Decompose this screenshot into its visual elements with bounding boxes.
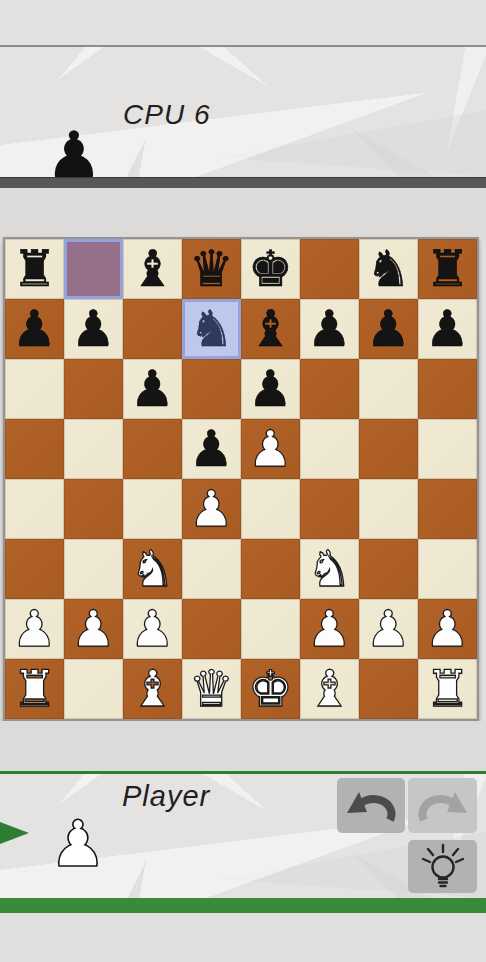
square-b2[interactable]: ♟ — [64, 599, 123, 659]
square-g6[interactable] — [359, 359, 418, 419]
black-pawn-piece[interactable]: ♟ — [300, 299, 359, 359]
white-pawn-piece[interactable]: ♟ — [300, 599, 359, 659]
black-bishop-piece[interactable]: ♝ — [123, 239, 182, 299]
square-d7[interactable]: ♞ — [182, 299, 241, 359]
white-knight-piece[interactable]: ♞ — [123, 539, 182, 599]
square-b1[interactable] — [64, 659, 123, 719]
square-g3[interactable] — [359, 539, 418, 599]
square-b3[interactable] — [64, 539, 123, 599]
square-f6[interactable] — [300, 359, 359, 419]
cpu-name-label: CPU 6 — [123, 99, 210, 131]
black-bishop-piece[interactable]: ♝ — [241, 299, 300, 359]
square-h5[interactable] — [418, 419, 477, 479]
black-rook-piece[interactable]: ♜ — [418, 239, 477, 299]
square-e4[interactable] — [241, 479, 300, 539]
square-b7[interactable]: ♟ — [64, 299, 123, 359]
spacer-below-board — [0, 721, 486, 771]
black-rook-piece[interactable]: ♜ — [5, 239, 64, 299]
white-pawn-piece[interactable]: ♟ — [241, 419, 300, 479]
square-b6[interactable] — [64, 359, 123, 419]
square-e6[interactable]: ♟ — [241, 359, 300, 419]
square-c5[interactable] — [123, 419, 182, 479]
white-bishop-piece[interactable]: ♝ — [300, 659, 359, 719]
square-g7[interactable]: ♟ — [359, 299, 418, 359]
white-knight-piece[interactable]: ♞ — [300, 539, 359, 599]
square-c3[interactable]: ♞ — [123, 539, 182, 599]
square-d3[interactable] — [182, 539, 241, 599]
black-knight-piece[interactable]: ♞ — [182, 299, 241, 359]
lightbulb-icon — [420, 842, 466, 892]
square-f5[interactable] — [300, 419, 359, 479]
square-b8[interactable] — [64, 239, 123, 299]
square-h3[interactable] — [418, 539, 477, 599]
square-g4[interactable] — [359, 479, 418, 539]
white-pawn-piece[interactable]: ♟ — [359, 599, 418, 659]
hint-button[interactable] — [408, 840, 477, 893]
square-e5[interactable]: ♟ — [241, 419, 300, 479]
square-c1[interactable]: ♝ — [123, 659, 182, 719]
square-b5[interactable] — [64, 419, 123, 479]
status-strip — [0, 0, 486, 45]
player-progress-bar — [0, 898, 486, 913]
square-c7[interactable] — [123, 299, 182, 359]
square-a8[interactable]: ♜ — [5, 239, 64, 299]
square-g2[interactable]: ♟ — [359, 599, 418, 659]
square-e1[interactable]: ♚ — [241, 659, 300, 719]
white-pawn-piece[interactable]: ♟ — [123, 599, 182, 659]
chess-app-screen: ♟ CPU 6 ♜♝♛♚♞♜♟♟♞♝♟♟♟♟♟♟♟♟♞♞♟♟♟♟♟♟♜♝♛♚♝♜… — [0, 0, 486, 962]
chess-board[interactable]: ♜♝♛♚♞♜♟♟♞♝♟♟♟♟♟♟♟♟♞♞♟♟♟♟♟♟♜♝♛♚♝♜ — [3, 237, 479, 721]
square-d2[interactable] — [182, 599, 241, 659]
white-pawn-icon: ♟ — [48, 806, 108, 882]
white-pawn-piece[interactable]: ♟ — [418, 599, 477, 659]
bottom-strip — [0, 913, 486, 962]
black-pawn-piece[interactable]: ♟ — [182, 419, 241, 479]
square-f2[interactable]: ♟ — [300, 599, 359, 659]
square-h2[interactable]: ♟ — [418, 599, 477, 659]
square-f8[interactable] — [300, 239, 359, 299]
redo-button[interactable] — [408, 778, 477, 833]
square-g5[interactable] — [359, 419, 418, 479]
white-king-piece[interactable]: ♚ — [241, 659, 300, 719]
square-d5[interactable]: ♟ — [182, 419, 241, 479]
square-e2[interactable] — [241, 599, 300, 659]
square-f4[interactable] — [300, 479, 359, 539]
spacer-above-board — [0, 188, 486, 239]
black-pawn-piece[interactable]: ♟ — [418, 299, 477, 359]
square-a5[interactable] — [5, 419, 64, 479]
square-d8[interactable]: ♛ — [182, 239, 241, 299]
square-g8[interactable]: ♞ — [359, 239, 418, 299]
square-a6[interactable] — [5, 359, 64, 419]
black-queen-piece[interactable]: ♛ — [182, 239, 241, 299]
square-c6[interactable]: ♟ — [123, 359, 182, 419]
square-h1[interactable]: ♜ — [418, 659, 477, 719]
black-pawn-piece[interactable]: ♟ — [359, 299, 418, 359]
square-a4[interactable] — [5, 479, 64, 539]
square-h6[interactable] — [418, 359, 477, 419]
redo-arrow-icon — [418, 787, 468, 825]
square-d4[interactable]: ♟ — [182, 479, 241, 539]
square-b4[interactable] — [64, 479, 123, 539]
player-panel: ♟ Player — [0, 774, 486, 898]
square-a7[interactable]: ♟ — [5, 299, 64, 359]
square-g1[interactable] — [359, 659, 418, 719]
square-d1[interactable]: ♛ — [182, 659, 241, 719]
square-h8[interactable]: ♜ — [418, 239, 477, 299]
square-f3[interactable]: ♞ — [300, 539, 359, 599]
square-h4[interactable] — [418, 479, 477, 539]
square-e7[interactable]: ♝ — [241, 299, 300, 359]
square-f1[interactable]: ♝ — [300, 659, 359, 719]
black-knight-piece[interactable]: ♞ — [359, 239, 418, 299]
square-a3[interactable] — [5, 539, 64, 599]
square-d6[interactable] — [182, 359, 241, 419]
square-a2[interactable]: ♟ — [5, 599, 64, 659]
black-pawn-piece[interactable]: ♟ — [5, 299, 64, 359]
square-h7[interactable]: ♟ — [418, 299, 477, 359]
square-c4[interactable] — [123, 479, 182, 539]
white-rook-piece[interactable]: ♜ — [5, 659, 64, 719]
black-pawn-piece[interactable]: ♟ — [241, 359, 300, 419]
white-rook-piece[interactable]: ♜ — [418, 659, 477, 719]
cpu-panel: ♟ CPU 6 — [0, 47, 486, 177]
white-pawn-piece[interactable]: ♟ — [5, 599, 64, 659]
undo-arrow-icon — [346, 787, 396, 825]
white-queen-piece[interactable]: ♛ — [182, 659, 241, 719]
turn-indicator-arrow — [0, 822, 29, 844]
square-f7[interactable]: ♟ — [300, 299, 359, 359]
black-pawn-piece[interactable]: ♟ — [64, 299, 123, 359]
player-name-label: Player — [122, 780, 210, 813]
white-pawn-piece[interactable]: ♟ — [64, 599, 123, 659]
square-e3[interactable] — [241, 539, 300, 599]
square-c2[interactable]: ♟ — [123, 599, 182, 659]
white-pawn-piece[interactable]: ♟ — [182, 479, 241, 539]
square-c8[interactable]: ♝ — [123, 239, 182, 299]
white-bishop-piece[interactable]: ♝ — [123, 659, 182, 719]
square-e8[interactable]: ♚ — [241, 239, 300, 299]
square-a1[interactable]: ♜ — [5, 659, 64, 719]
cpu-progress-bar — [0, 177, 486, 188]
black-king-piece[interactable]: ♚ — [241, 239, 300, 299]
black-pawn-piece[interactable]: ♟ — [123, 359, 182, 419]
undo-button[interactable] — [337, 778, 405, 833]
